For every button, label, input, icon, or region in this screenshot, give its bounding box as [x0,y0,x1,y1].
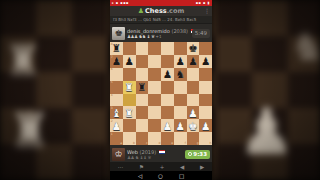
square-a3[interactable]: 3♝ [110,106,123,119]
coord-label: 3 [111,107,113,110]
player-row-white: ♔ Web (2019) ♟♟ ♞ ♝♝ ♛ 9:33 [110,146,212,162]
piece-white-pawn[interactable]: ♟ [112,121,121,132]
status-right-icons: ▪▪ ▪ ▮ [196,1,210,5]
square-d4[interactable] [148,94,161,107]
square-f6[interactable]: ♞ [174,68,187,81]
app-header: ♟ Chess .com ⋮ [110,6,212,16]
white-country-flag-icon [159,150,165,154]
square-b4[interactable] [123,94,136,107]
square-f3[interactable] [174,106,187,119]
black-captured-tray: ♟♟♟ ♞♞ ♝ ♛+1 [127,34,192,39]
square-g6[interactable] [187,68,200,81]
piece-black-pawn[interactable]: ♟ [124,56,133,67]
square-f2[interactable]: ♟ [174,119,187,132]
add-icon[interactable]: + [160,164,165,170]
coord-label: 7 [111,56,113,59]
square-e8[interactable] [161,42,174,55]
square-g5[interactable] [187,81,200,94]
coord-label: 5 [111,81,113,84]
square-e7[interactable] [161,55,174,68]
square-a8[interactable]: 8♜ [110,42,123,55]
square-a5[interactable]: 5 [110,81,123,94]
forward-move-icon[interactable]: ▶ [200,164,204,170]
square-c2[interactable] [136,119,149,132]
piece-white-pawn[interactable]: ♟ [201,121,210,132]
square-g7[interactable]: ♟ [187,55,200,68]
piece-white-king[interactable]: ♚ [188,121,197,132]
square-g2[interactable]: ♚ [187,119,200,132]
coord-label: 1 [111,133,113,136]
move-list-text: f3 Bh3 Nxf3 … Qb1 Nd5 … 24. Bxh3 Bxc5 [113,17,196,22]
piece-white-rook[interactable]: ♜ [124,108,133,119]
coord-label: 4 [111,94,113,97]
square-b5[interactable]: ♜ [123,81,136,94]
piece-white-rook[interactable]: ♜ [124,82,133,93]
white-captured-tray: ♟♟ ♞ ♝♝ ♛ [127,155,185,160]
square-b3[interactable]: ♜ [123,106,136,119]
square-f4[interactable] [174,94,187,107]
square-c6[interactable] [136,68,149,81]
coord-label: 8 [111,43,113,46]
nav-recents-button[interactable]: □ [179,173,184,179]
square-c1[interactable]: c [136,132,149,145]
phone-screenshot: ▸ ▪ ▪▪▪ ▪▪ ▪ ▮ ♟ Chess .com ⋮ f3 Bh3 Nxf… [110,0,212,180]
square-h3[interactable] [199,106,212,119]
square-d2[interactable] [148,119,161,132]
piece-black-pawn[interactable]: ♟ [112,56,121,67]
square-h4[interactable] [199,94,212,107]
piece-black-pawn[interactable]: ♟ [201,56,210,67]
player-row-black: ♚ denis_donremido (2038) ♟♟♟ ♞♞ ♝ ♛+1 5:… [110,24,212,42]
square-d7[interactable] [148,55,161,68]
piece-white-pawn[interactable]: ♟ [175,121,184,132]
square-a7[interactable]: 7♟ [110,55,123,68]
square-a2[interactable]: 2♟ [110,119,123,132]
clock-icon [188,152,192,156]
piece-white-bishop[interactable]: ♝ [112,108,121,119]
piece-black-rook[interactable]: ♜ [137,82,146,93]
chess-board: 8♜♚7♟♟♟♟♟6♟♞5♜♜43♝♜♟2♟♟♟♚♟1abcdefgh [110,42,212,145]
black-player-avatar[interactable]: ♚ [112,27,125,40]
material-advantage-badge: +1 [156,34,162,39]
square-g8[interactable]: ♚ [187,42,200,55]
square-e3[interactable] [161,106,174,119]
square-b6[interactable] [123,68,136,81]
piece-black-knight[interactable]: ♞ [175,69,184,80]
square-d5[interactable] [148,81,161,94]
square-d6[interactable] [148,68,161,81]
square-b7[interactable]: ♟ [123,55,136,68]
square-d3[interactable] [148,106,161,119]
nav-home-button[interactable]: ○ [158,173,163,179]
piece-black-rook[interactable]: ♜ [112,43,121,54]
header-menu-icon[interactable]: ⋮ [204,7,210,14]
chesscom-pawn-logo-icon: ♟ [138,8,144,15]
square-f5[interactable] [174,81,187,94]
coord-label: 6 [111,68,113,71]
square-h7[interactable]: ♟ [199,55,212,68]
square-a1[interactable]: 1a [110,132,123,145]
square-g1[interactable]: g [187,132,200,145]
back-move-icon[interactable]: ◀ [180,164,184,170]
square-h2[interactable]: ♟ [199,119,212,132]
square-d1[interactable]: d [148,132,161,145]
square-b1[interactable]: b [123,132,136,145]
black-clock: 5:49 [192,29,210,38]
square-f8[interactable] [174,42,187,55]
piece-white-pawn[interactable]: ♟ [163,121,172,132]
square-c8[interactable] [136,42,149,55]
square-g4[interactable] [187,94,200,107]
square-h8[interactable] [199,42,212,55]
black-player-rating: (2038) [171,28,188,34]
square-a4[interactable]: 4 [110,94,123,107]
piece-black-pawn[interactable]: ♟ [175,56,184,67]
square-e1[interactable]: e [161,132,174,145]
square-d8[interactable] [148,42,161,55]
scene: ♜♜♟♞ ▸ ▪ ▪▪▪ ▪▪ ▪ ▮ ♟ Chess .com ⋮ f3 Bh… [0,0,320,180]
status-left-icons: ▸ ▪ ▪▪▪ [112,1,129,5]
square-e5[interactable] [161,81,174,94]
piece-black-pawn[interactable]: ♟ [188,56,197,67]
square-c7[interactable] [136,55,149,68]
square-h5[interactable] [199,81,212,94]
square-a6[interactable]: 6 [110,68,123,81]
square-h6[interactable] [199,68,212,81]
piece-black-king[interactable]: ♚ [188,43,197,54]
flag-resign-icon[interactable]: ⚑ [139,164,144,170]
chesscom-logo-text: Chess [145,7,167,15]
android-nav-bar: ◁ ○ □ [110,171,212,180]
square-f7[interactable]: ♟ [174,55,187,68]
chesscom-logo-suffix: .com [167,7,185,15]
square-e6[interactable]: ♟ [161,68,174,81]
square-f1[interactable]: f [174,132,187,145]
square-e2[interactable]: ♟ [161,119,174,132]
white-player-avatar[interactable]: ♔ [112,148,125,161]
white-clock: 9:33 [185,150,210,159]
options-icon[interactable]: ⋯ [118,164,124,170]
nav-back-button[interactable]: ◁ [138,173,142,179]
square-e4[interactable] [161,94,174,107]
coord-label: h [209,142,211,145]
piece-black-pawn[interactable]: ♟ [163,69,172,80]
square-c3[interactable] [136,106,149,119]
coord-label: 2 [111,120,113,123]
square-h1[interactable]: h [199,132,212,145]
square-c4[interactable] [136,94,149,107]
square-b8[interactable] [123,42,136,55]
square-b2[interactable] [123,119,136,132]
square-c5[interactable]: ♜ [136,81,149,94]
game-toolbar: ⋯⚑+◀▶ [110,162,212,171]
square-g3[interactable]: ♟ [187,106,200,119]
piece-white-pawn[interactable]: ♟ [188,108,197,119]
move-list-bar[interactable]: f3 Bh3 Nxf3 … Qb1 Nd5 … 24. Bxh3 Bxc5 [110,16,212,24]
